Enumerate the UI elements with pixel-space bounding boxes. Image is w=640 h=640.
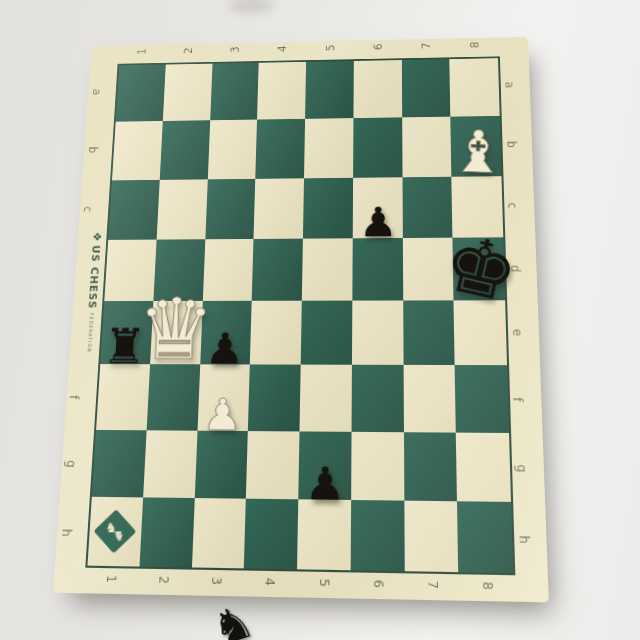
rank-label-bottom-4: 4: [262, 578, 277, 587]
rank-label-bottom-5: 5: [316, 578, 331, 587]
square-e3: [200, 301, 252, 365]
square-b7: [402, 117, 452, 177]
rank-label-top-6: 6: [372, 43, 385, 50]
file-label-right-a: a: [502, 82, 516, 89]
square-b6: [353, 118, 402, 178]
file-label-right-g: g: [514, 464, 529, 472]
rank-label-top-4: 4: [276, 45, 289, 52]
rank-label-bottom-3: 3: [209, 577, 224, 585]
square-d7: [402, 237, 453, 300]
captured-black-knight: ♞: [205, 593, 261, 640]
square-b2: [160, 120, 210, 179]
square-g2: [143, 430, 197, 498]
square-f3: [197, 365, 250, 431]
file-label-left-h: h: [59, 528, 74, 536]
rank-label-top-8: 8: [468, 41, 481, 48]
square-e8: [454, 300, 507, 365]
file-label-left-g: g: [64, 460, 78, 468]
brand-subtext: FEDERATION: [86, 313, 94, 353]
square-a3: [210, 63, 259, 121]
square-d8: [453, 237, 505, 300]
brand-name: US CHESS: [86, 245, 103, 309]
file-label-left-a: a: [90, 89, 103, 95]
square-h8: [457, 501, 513, 573]
square-e2: [150, 301, 203, 365]
square-d5: [302, 238, 353, 301]
file-label-right-f: f: [510, 397, 525, 401]
us-chess-double-knight-logo: ♞♞: [94, 509, 137, 553]
square-h2: [139, 497, 194, 567]
square-a8: [450, 58, 500, 117]
square-c4: [254, 178, 304, 239]
square-a5: [305, 61, 354, 119]
file-label-left-f: f: [67, 395, 81, 399]
rank-label-top-7: 7: [420, 42, 433, 49]
square-g8: [456, 432, 511, 502]
square-e1: [100, 301, 153, 364]
file-label-left-b: b: [86, 146, 99, 153]
rank-labels-bottom: 12345678: [84, 571, 516, 598]
square-g4: [246, 431, 299, 500]
rank-label-top-2: 2: [182, 47, 195, 54]
square-a2: [163, 64, 212, 122]
square-e6: [352, 300, 403, 365]
square-c5: [303, 177, 353, 238]
rank-label-top-5: 5: [324, 44, 337, 51]
square-a4: [257, 62, 306, 120]
file-label-right-e: e: [510, 329, 525, 336]
rank-label-bottom-6: 6: [371, 579, 386, 588]
square-h4: [244, 498, 298, 569]
rank-label-top-3: 3: [229, 46, 242, 53]
square-f7: [403, 365, 456, 432]
file-label-right-d: d: [508, 265, 522, 272]
square-h1: ♞♞: [87, 497, 142, 567]
rank-label-bottom-8: 8: [480, 581, 495, 590]
file-label-right-h: h: [516, 535, 531, 543]
square-c2: [156, 179, 207, 239]
square-c8: [452, 176, 504, 238]
square-f4: [248, 365, 301, 431]
square-b3: [207, 120, 257, 179]
square-b1: [112, 121, 163, 180]
square-g3: [194, 430, 248, 498]
square-c1: [108, 179, 159, 239]
square-b5: [304, 118, 353, 178]
file-label-right-b: b: [504, 141, 518, 148]
square-g1: [92, 429, 147, 497]
square-f8: [455, 365, 509, 432]
square-a6: [353, 60, 401, 118]
knight-logo-icon: ♞: [113, 529, 126, 543]
square-h7: [404, 500, 459, 572]
square-c6: [352, 177, 402, 238]
square-g7: [403, 432, 457, 501]
square-e4: [250, 301, 302, 365]
square-e5: [301, 301, 352, 365]
square-c3: [205, 178, 256, 239]
square-b8: [451, 116, 502, 176]
square-e7: [403, 300, 455, 365]
rank-label-bottom-2: 2: [156, 576, 171, 584]
vinyl-board-mat: 12345678 12345678 abcfgh abcdefgh ❖ US C…: [53, 37, 549, 602]
square-f6: [351, 365, 403, 432]
square-g5: [298, 431, 351, 500]
square-d4: [252, 238, 303, 300]
square-d2: [153, 239, 205, 301]
us-chess-logo-icon: ❖: [90, 232, 104, 242]
square-f1: [96, 364, 150, 429]
square-b4: [256, 119, 306, 178]
rank-label-top-1: 1: [135, 48, 148, 55]
square-h5: [297, 499, 351, 570]
square-a1: [116, 65, 166, 122]
square-f2: [146, 364, 199, 430]
chess-board: ♞♞: [85, 56, 515, 575]
square-a7: [401, 59, 450, 117]
square-h6: [350, 500, 404, 571]
photo-scene: 12345678 12345678 abcfgh abcdefgh ❖ US C…: [0, 0, 640, 640]
square-d6: [352, 238, 403, 301]
square-d3: [202, 239, 253, 301]
background-smudge: [228, 0, 274, 14]
square-c7: [402, 176, 453, 237]
square-h3: [191, 498, 246, 569]
file-label-right-c: c: [506, 202, 520, 208]
rank-label-bottom-1: 1: [103, 575, 118, 583]
file-label-left-c: c: [81, 206, 95, 212]
rank-label-bottom-7: 7: [425, 580, 440, 589]
square-f5: [299, 365, 351, 431]
square-d1: [104, 239, 156, 301]
square-g6: [351, 431, 404, 500]
